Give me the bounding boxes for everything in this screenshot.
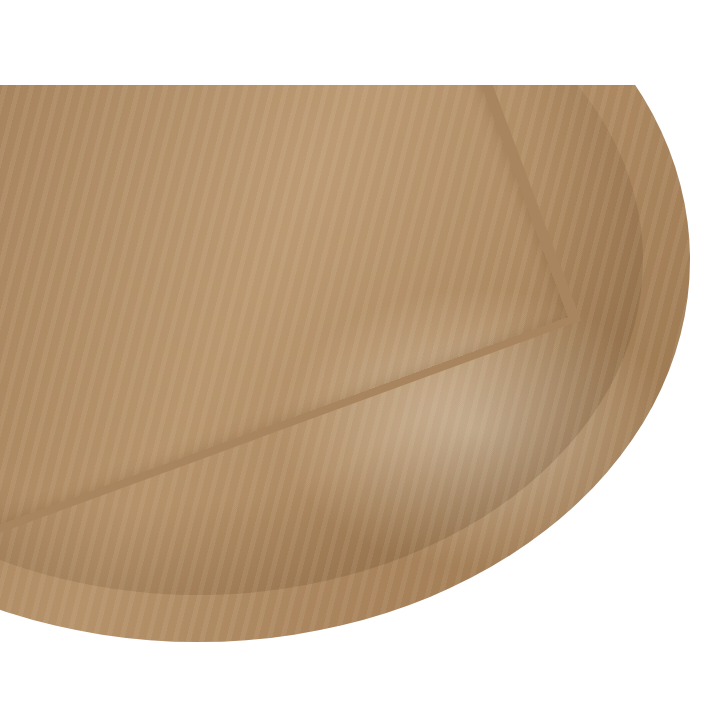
pieces-layer xyxy=(0,0,720,720)
chess-set-photo xyxy=(0,0,720,720)
photo-crop-white-area xyxy=(0,0,720,85)
